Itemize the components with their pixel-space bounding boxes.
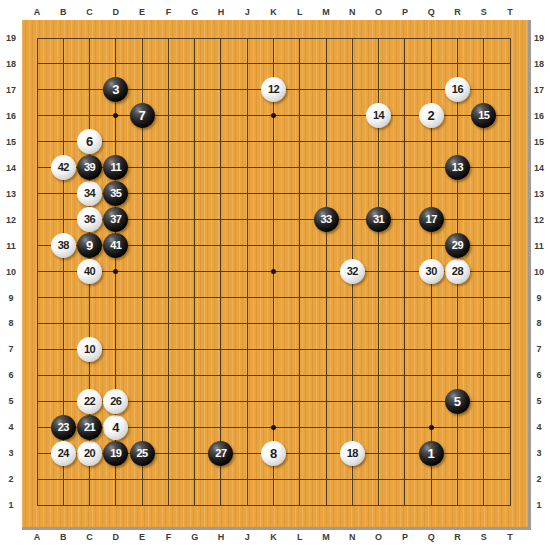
row-label-right: 12 [534,215,544,225]
col-label-top: T [507,7,513,17]
stone-white-2[interactable]: 2 [419,103,444,128]
col-label-top: G [191,7,198,17]
move-number: 37 [110,214,121,225]
stone-black-33[interactable]: 33 [314,207,339,232]
move-number: 15 [478,110,489,121]
move-number: 10 [84,343,95,354]
col-label-top: A [34,7,41,17]
col-label-top: O [375,7,382,17]
col-label-top: K [270,7,277,17]
stone-black-27[interactable]: 27 [208,441,233,466]
stone-black-23[interactable]: 23 [51,415,76,440]
grid-line-horizontal [37,505,511,506]
stone-white-30[interactable]: 30 [419,259,444,284]
stone-white-8[interactable]: 8 [261,441,286,466]
move-number: 11 [111,162,122,173]
col-label-bottom: G [191,532,198,542]
stone-black-9[interactable]: 9 [77,233,102,258]
col-label-bottom: M [322,532,330,542]
col-label-bottom: C [86,532,93,542]
grid-line-vertical [326,38,327,506]
move-number: 20 [84,447,95,458]
row-label-left: 3 [8,448,13,458]
col-label-top: N [349,7,356,17]
move-number: 13 [452,162,463,173]
stone-black-21[interactable]: 21 [77,415,102,440]
grid-line-horizontal [37,479,511,480]
stone-white-38[interactable]: 38 [51,233,76,258]
col-label-bottom: H [218,532,225,542]
star-point [429,425,434,430]
grid-line-vertical [510,38,511,506]
row-label-right: 3 [536,448,541,458]
col-label-bottom: E [139,532,145,542]
stone-white-26[interactable]: 26 [103,389,128,414]
row-label-left: 7 [8,344,13,354]
move-number: 8 [270,446,277,459]
move-number: 12 [268,84,279,95]
col-label-top: B [60,7,67,17]
move-number: 1 [428,446,435,459]
col-label-bottom: J [245,532,250,542]
col-label-top: P [402,7,408,17]
move-number: 19 [110,447,121,458]
stone-black-5[interactable]: 5 [445,389,470,414]
col-label-bottom: L [297,532,303,542]
stone-white-20[interactable]: 20 [77,441,102,466]
row-label-left: 4 [8,422,13,432]
col-label-top: J [245,7,250,17]
col-label-top: F [166,7,172,17]
col-label-bottom: R [454,532,461,542]
move-number: 41 [110,240,121,251]
move-number: 22 [84,395,95,406]
row-label-right: 15 [534,137,544,147]
row-label-left: 10 [6,267,16,277]
move-number: 31 [373,214,384,225]
move-number: 4 [112,420,119,433]
move-number: 35 [110,188,121,199]
stone-black-19[interactable]: 19 [103,441,128,466]
grid-line-vertical [404,38,405,506]
row-label-left: 13 [6,189,16,199]
row-label-left: 11 [6,241,16,251]
star-point [271,425,276,430]
col-label-top: M [322,7,330,17]
stone-white-18[interactable]: 18 [340,441,365,466]
row-label-left: 9 [8,293,13,303]
move-number: 7 [138,109,145,122]
stone-black-7[interactable]: 7 [130,103,155,128]
row-label-right: 18 [534,59,544,69]
move-number: 34 [84,188,95,199]
row-label-right: 1 [536,500,541,510]
row-label-left: 2 [8,474,13,484]
row-label-left: 8 [8,318,13,328]
grid-line-horizontal [37,323,511,324]
move-number: 5 [454,394,461,407]
grid-line-horizontal [37,349,511,350]
move-number: 14 [373,110,384,121]
stone-black-29[interactable]: 29 [445,233,470,258]
col-label-bottom: A [34,532,41,542]
row-label-left: 12 [6,215,16,225]
move-number: 36 [84,214,95,225]
grid-line-vertical [299,38,300,506]
col-label-bottom: F [166,532,172,542]
stone-black-1[interactable]: 1 [419,441,444,466]
stone-white-22[interactable]: 22 [77,389,102,414]
move-number: 24 [58,447,69,458]
stone-white-4[interactable]: 4 [103,415,128,440]
col-label-top: S [481,7,487,17]
move-number: 23 [58,421,69,432]
row-label-right: 4 [536,422,541,432]
grid-line-horizontal [37,375,511,376]
row-label-left: 17 [6,85,16,95]
stone-white-28[interactable]: 28 [445,259,470,284]
col-label-top: C [86,7,93,17]
move-number: 21 [84,421,95,432]
move-number: 9 [86,239,93,252]
col-label-bottom: K [270,532,277,542]
move-number: 18 [347,447,358,458]
col-label-top: R [454,7,461,17]
stone-black-17[interactable]: 17 [419,207,444,232]
stone-white-40[interactable]: 40 [77,259,102,284]
col-label-top: D [113,7,120,17]
col-label-bottom: O [375,532,382,542]
move-number: 28 [452,266,463,277]
row-label-right: 13 [534,189,544,199]
stone-black-25[interactable]: 25 [130,441,155,466]
col-label-bottom: N [349,532,356,542]
col-label-top: L [297,7,303,17]
go-game-diagram: AABBCCDDEEFFGGHHJJKKLLMMNNOOPPQQRRSSTT19… [0,0,550,550]
row-label-right: 14 [534,163,544,173]
row-label-left: 1 [8,500,13,510]
col-label-bottom: B [60,532,67,542]
col-label-bottom: P [402,532,408,542]
move-number: 39 [84,162,95,173]
row-label-right: 19 [534,33,544,43]
col-label-top: Q [428,7,435,17]
col-label-bottom: Q [428,532,435,542]
row-label-left: 5 [8,396,13,406]
row-label-left: 19 [6,33,16,43]
row-label-left: 14 [6,163,16,173]
move-number: 30 [426,266,437,277]
col-label-top: H [218,7,225,17]
col-label-bottom: T [507,532,513,542]
move-number: 16 [452,84,463,95]
move-number: 27 [215,447,226,458]
stone-white-42[interactable]: 42 [51,155,76,180]
move-number: 17 [426,214,437,225]
row-label-left: 16 [6,111,16,121]
row-label-right: 16 [534,111,544,121]
move-number: 32 [347,266,358,277]
row-label-right: 6 [536,370,541,380]
row-label-left: 6 [8,370,13,380]
row-label-right: 10 [534,267,544,277]
move-number: 29 [452,240,463,251]
move-number: 6 [86,135,93,148]
stone-white-32[interactable]: 32 [340,259,365,284]
row-label-right: 8 [536,318,541,328]
move-number: 33 [320,214,331,225]
move-number: 42 [58,162,69,173]
col-label-bottom: S [481,532,487,542]
grid-line-horizontal [37,297,511,298]
col-label-bottom: D [113,532,120,542]
col-label-top: E [139,7,145,17]
move-number: 38 [58,240,69,251]
move-number: 25 [136,447,147,458]
row-label-left: 15 [6,137,16,147]
move-number: 3 [112,83,119,96]
row-label-right: 2 [536,474,541,484]
row-label-right: 7 [536,344,541,354]
move-number: 2 [428,109,435,122]
row-label-left: 18 [6,59,16,69]
row-label-right: 11 [534,241,544,251]
row-label-right: 17 [534,85,544,95]
move-number: 26 [110,395,121,406]
stone-white-10[interactable]: 10 [77,337,102,362]
stone-white-24[interactable]: 24 [51,441,76,466]
move-number: 40 [84,266,95,277]
row-label-right: 5 [536,396,541,406]
row-label-right: 9 [536,293,541,303]
